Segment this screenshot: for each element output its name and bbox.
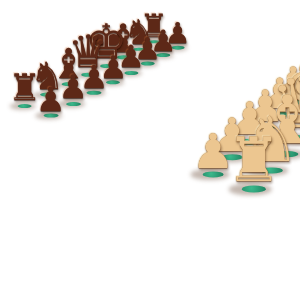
piece-white-rook-a1[interactable]: ♜	[226, 128, 281, 189]
square-h5[interactable]	[209, 53, 249, 68]
square-a4[interactable]	[113, 136, 168, 164]
white-rook-glyph: ♜	[226, 128, 281, 189]
square-a5[interactable]	[82, 125, 136, 151]
black-pawn-glyph: ♟	[36, 83, 66, 116]
square-b5[interactable]	[105, 112, 156, 136]
square-c5[interactable]	[126, 100, 175, 122]
piece-black-pawn-a7[interactable]: ♟	[36, 83, 66, 116]
square-d6[interactable]	[117, 81, 163, 100]
square-e5[interactable]	[163, 79, 208, 97]
square-f5[interactable]	[179, 70, 222, 87]
square-e6[interactable]	[135, 72, 179, 89]
square-b4[interactable]	[135, 122, 188, 147]
square-g5[interactable]	[195, 61, 237, 77]
square-d5[interactable]	[145, 89, 192, 109]
chess-set-photo-scene: ♜♟♞♟♝♟♚♟♛♟♟♝♜♟♟♞♞♟♟♜♝♟♟♚♟♛♟♝♟♞♟♜	[0, 0, 300, 300]
pieces-layer: ♜♟♞♟♝♟♚♟♛♟♟♝♜♟♟♞♞♟♟♜♝♟♟♚♟♛♟♝♟♞♟♜	[0, 0, 300, 300]
